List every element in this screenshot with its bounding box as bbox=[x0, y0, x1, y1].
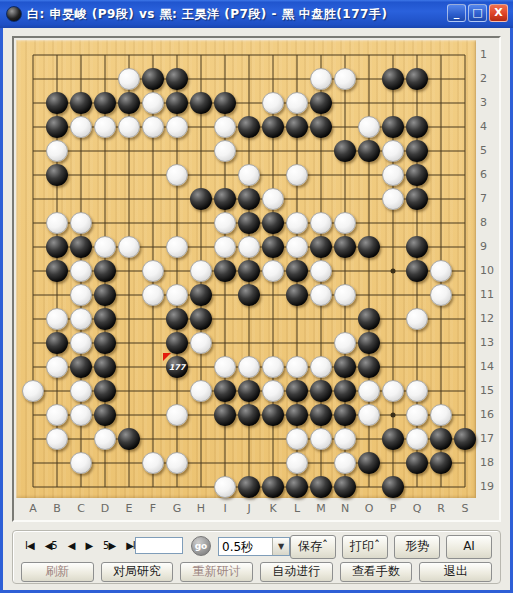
stone-H7 bbox=[190, 188, 212, 210]
star-point bbox=[391, 269, 396, 274]
stone-H3 bbox=[190, 92, 212, 114]
stone-L16 bbox=[286, 404, 308, 426]
stone-E3 bbox=[118, 92, 140, 114]
stone-C11 bbox=[70, 284, 92, 306]
stone-N11 bbox=[334, 284, 356, 306]
stone-H15 bbox=[190, 380, 212, 402]
stone-B9 bbox=[46, 236, 68, 258]
stone-N16 bbox=[334, 404, 356, 426]
row-label-7: 7 bbox=[480, 192, 500, 205]
row-label-5: 5 bbox=[480, 144, 500, 157]
stone-C8 bbox=[70, 212, 92, 234]
stone-I15 bbox=[214, 380, 236, 402]
minimize-button[interactable]: _ bbox=[447, 4, 466, 22]
stone-O9 bbox=[358, 236, 380, 258]
col-label-Q: Q bbox=[405, 502, 429, 515]
stone-E4 bbox=[118, 116, 140, 138]
stone-N15 bbox=[334, 380, 356, 402]
stone-P6 bbox=[382, 164, 404, 186]
stone-I16 bbox=[214, 404, 236, 426]
stone-J6 bbox=[238, 164, 260, 186]
stone-G13 bbox=[166, 332, 188, 354]
col-label-F: F bbox=[141, 502, 165, 515]
nav-button-2[interactable]: ◀ bbox=[64, 538, 79, 553]
action-buttons-row1: 保存ˆ打印ˆ形势AI bbox=[290, 535, 492, 559]
stone-D12 bbox=[94, 308, 116, 330]
window-title: 白: 申旻峻 (P9段) vs 黑: 王昊洋 (P7段) - 黑 中盘胜(177… bbox=[27, 6, 387, 23]
delay-dropdown[interactable]: 0.5秒 ▼ bbox=[218, 537, 290, 556]
row-label-3: 3 bbox=[480, 96, 500, 109]
stone-Q10 bbox=[406, 260, 428, 282]
stone-L9 bbox=[286, 236, 308, 258]
go-button[interactable]: go bbox=[191, 536, 211, 556]
row-label-15: 15 bbox=[480, 384, 500, 397]
stone-R16 bbox=[430, 404, 452, 426]
stone-J4 bbox=[238, 116, 260, 138]
stone-H11 bbox=[190, 284, 212, 306]
stone-O16 bbox=[358, 404, 380, 426]
stone-M9 bbox=[310, 236, 332, 258]
stone-N14 bbox=[334, 356, 356, 378]
row-label-10: 10 bbox=[480, 264, 500, 277]
col-label-I: I bbox=[213, 502, 237, 515]
stone-H13 bbox=[190, 332, 212, 354]
stone-P5 bbox=[382, 140, 404, 162]
stone-E2 bbox=[118, 68, 140, 90]
stone-J11 bbox=[238, 284, 260, 306]
stone-K9 bbox=[262, 236, 284, 258]
row-label-12: 12 bbox=[480, 312, 500, 325]
stone-M17 bbox=[310, 428, 332, 450]
chevron-down-icon[interactable]: ▼ bbox=[272, 538, 289, 555]
app-icon bbox=[6, 6, 22, 22]
stone-K15 bbox=[262, 380, 284, 402]
stone-M10 bbox=[310, 260, 332, 282]
stone-O15 bbox=[358, 380, 380, 402]
stone-I3 bbox=[214, 92, 236, 114]
stone-Q7 bbox=[406, 188, 428, 210]
stone-Q15 bbox=[406, 380, 428, 402]
row-label-14: 14 bbox=[480, 360, 500, 373]
stone-I7 bbox=[214, 188, 236, 210]
row-label-19: 19 bbox=[480, 480, 500, 493]
stone-C14 bbox=[70, 356, 92, 378]
stone-G2 bbox=[166, 68, 188, 90]
stone-S17 bbox=[454, 428, 476, 450]
stone-M8 bbox=[310, 212, 332, 234]
stone-I10 bbox=[214, 260, 236, 282]
stone-Q5 bbox=[406, 140, 428, 162]
stone-I5 bbox=[214, 140, 236, 162]
col-label-E: E bbox=[117, 502, 141, 515]
stone-J16 bbox=[238, 404, 260, 426]
stone-C10 bbox=[70, 260, 92, 282]
stone-G14: 177 bbox=[166, 356, 188, 378]
row-label-9: 9 bbox=[480, 240, 500, 253]
stone-G16 bbox=[166, 404, 188, 426]
stone-G9 bbox=[166, 236, 188, 258]
stone-P19 bbox=[382, 476, 404, 498]
stone-F3 bbox=[142, 92, 164, 114]
stone-B3 bbox=[46, 92, 68, 114]
delay-value: 0.5秒 bbox=[219, 538, 272, 555]
stone-O4 bbox=[358, 116, 380, 138]
stone-L18 bbox=[286, 452, 308, 474]
stone-L17 bbox=[286, 428, 308, 450]
stone-K19 bbox=[262, 476, 284, 498]
stone-P7 bbox=[382, 188, 404, 210]
stone-O5 bbox=[358, 140, 380, 162]
stone-B12 bbox=[46, 308, 68, 330]
stone-B5 bbox=[46, 140, 68, 162]
stone-M2 bbox=[310, 68, 332, 90]
move-navigation: Ι◀◀5◀▶5▶▶Ι bbox=[21, 538, 139, 553]
stone-D17 bbox=[94, 428, 116, 450]
stone-L3 bbox=[286, 92, 308, 114]
stone-J15 bbox=[238, 380, 260, 402]
button-保存ˆ[interactable]: 保存ˆ bbox=[290, 535, 336, 559]
stone-O12 bbox=[358, 308, 380, 330]
stone-B4 bbox=[46, 116, 68, 138]
stone-B14 bbox=[46, 356, 68, 378]
stone-M11 bbox=[310, 284, 332, 306]
stone-F2 bbox=[142, 68, 164, 90]
stone-G12 bbox=[166, 308, 188, 330]
stone-D11 bbox=[94, 284, 116, 306]
stone-H12 bbox=[190, 308, 212, 330]
nav-button-4[interactable]: 5▶ bbox=[99, 538, 119, 553]
button-查看手数[interactable]: 查看手数 bbox=[340, 562, 413, 582]
stone-D9 bbox=[94, 236, 116, 258]
row-label-4: 4 bbox=[480, 120, 500, 133]
stone-O14 bbox=[358, 356, 380, 378]
stone-N13 bbox=[334, 332, 356, 354]
stone-N5 bbox=[334, 140, 356, 162]
stone-L19 bbox=[286, 476, 308, 498]
stone-P4 bbox=[382, 116, 404, 138]
stone-J19 bbox=[238, 476, 260, 498]
application-window: 白: 申旻峻 (P9段) vs 黑: 王昊洋 (P7段) - 黑 中盘胜(177… bbox=[0, 0, 513, 593]
nav-button-1[interactable]: ◀5 bbox=[41, 538, 61, 553]
stone-C13 bbox=[70, 332, 92, 354]
stone-H10 bbox=[190, 260, 212, 282]
stone-N19 bbox=[334, 476, 356, 498]
stone-L8 bbox=[286, 212, 308, 234]
col-label-R: R bbox=[429, 502, 453, 515]
col-label-O: O bbox=[357, 502, 381, 515]
stone-C12 bbox=[70, 308, 92, 330]
stone-J14 bbox=[238, 356, 260, 378]
nav-button-0[interactable]: Ι◀ bbox=[21, 538, 38, 553]
row-label-2: 2 bbox=[480, 72, 500, 85]
stone-B10 bbox=[46, 260, 68, 282]
stone-I9 bbox=[214, 236, 236, 258]
stone-C18 bbox=[70, 452, 92, 474]
stone-I14 bbox=[214, 356, 236, 378]
row-label-16: 16 bbox=[480, 408, 500, 421]
stone-C9 bbox=[70, 236, 92, 258]
stone-Q2 bbox=[406, 68, 428, 90]
last-move-number: 177 bbox=[166, 356, 188, 378]
stone-E9 bbox=[118, 236, 140, 258]
stone-F4 bbox=[142, 116, 164, 138]
close-button[interactable]: X bbox=[489, 4, 508, 22]
col-label-B: B bbox=[45, 502, 69, 515]
board-panel: 177 ABCDEFGHIJKLMNOPQRS12345678910111213… bbox=[12, 36, 501, 522]
stone-L11 bbox=[286, 284, 308, 306]
stone-D16 bbox=[94, 404, 116, 426]
stone-K3 bbox=[262, 92, 284, 114]
col-label-P: P bbox=[381, 502, 405, 515]
stone-K4 bbox=[262, 116, 284, 138]
stone-R18 bbox=[430, 452, 452, 474]
stone-M14 bbox=[310, 356, 332, 378]
stone-A15 bbox=[22, 380, 44, 402]
stone-B16 bbox=[46, 404, 68, 426]
stone-R11 bbox=[430, 284, 452, 306]
stone-G6 bbox=[166, 164, 188, 186]
button-自动进行[interactable]: 自动进行 bbox=[260, 562, 333, 582]
stone-N17 bbox=[334, 428, 356, 450]
stone-I8 bbox=[214, 212, 236, 234]
stone-B13 bbox=[46, 332, 68, 354]
stone-Q18 bbox=[406, 452, 428, 474]
stone-Q12 bbox=[406, 308, 428, 330]
stone-E17 bbox=[118, 428, 140, 450]
col-label-M: M bbox=[309, 502, 333, 515]
stone-L4 bbox=[286, 116, 308, 138]
stone-B6 bbox=[46, 164, 68, 186]
button-打印ˆ[interactable]: 打印ˆ bbox=[342, 535, 388, 559]
stone-R10 bbox=[430, 260, 452, 282]
stone-N8 bbox=[334, 212, 356, 234]
row-label-11: 11 bbox=[480, 288, 500, 301]
row-label-17: 17 bbox=[480, 432, 500, 445]
stone-N18 bbox=[334, 452, 356, 474]
row-label-8: 8 bbox=[480, 216, 500, 229]
col-label-G: G bbox=[165, 502, 189, 515]
stone-N2 bbox=[334, 68, 356, 90]
stone-K16 bbox=[262, 404, 284, 426]
stone-I19 bbox=[214, 476, 236, 498]
row-label-1: 1 bbox=[480, 48, 500, 61]
button-刷新[interactable]: 刷新 bbox=[21, 562, 94, 582]
star-point bbox=[391, 413, 396, 418]
stone-C4 bbox=[70, 116, 92, 138]
control-panel: Ι◀◀5◀▶5▶▶Ι go 0.5秒 ▼ 保存ˆ打印ˆ形势AI 刷新对局研究重新… bbox=[12, 530, 501, 584]
stone-M15 bbox=[310, 380, 332, 402]
stone-D3 bbox=[94, 92, 116, 114]
col-label-H: H bbox=[189, 502, 213, 515]
col-label-C: C bbox=[69, 502, 93, 515]
stone-M16 bbox=[310, 404, 332, 426]
stone-Q4 bbox=[406, 116, 428, 138]
go-board[interactable]: 177 bbox=[16, 40, 476, 498]
stone-L15 bbox=[286, 380, 308, 402]
stone-R17 bbox=[430, 428, 452, 450]
stone-N9 bbox=[334, 236, 356, 258]
stone-Q17 bbox=[406, 428, 428, 450]
button-退出[interactable]: 退出 bbox=[419, 562, 492, 582]
stone-D10 bbox=[94, 260, 116, 282]
maximize-button[interactable]: □ bbox=[468, 4, 487, 22]
stone-Q6 bbox=[406, 164, 428, 186]
button-重新研讨[interactable]: 重新研讨 bbox=[180, 562, 253, 582]
stone-K10 bbox=[262, 260, 284, 282]
stone-P17 bbox=[382, 428, 404, 450]
stone-C15 bbox=[70, 380, 92, 402]
stone-D14 bbox=[94, 356, 116, 378]
button-形势[interactable]: 形势 bbox=[394, 535, 440, 559]
stone-J7 bbox=[238, 188, 260, 210]
stone-G11 bbox=[166, 284, 188, 306]
stone-B8 bbox=[46, 212, 68, 234]
stone-L14 bbox=[286, 356, 308, 378]
col-label-A: A bbox=[21, 502, 45, 515]
stone-F10 bbox=[142, 260, 164, 282]
stone-D4 bbox=[94, 116, 116, 138]
col-label-L: L bbox=[285, 502, 309, 515]
stone-O13 bbox=[358, 332, 380, 354]
stone-P15 bbox=[382, 380, 404, 402]
stone-Q9 bbox=[406, 236, 428, 258]
stone-J9 bbox=[238, 236, 260, 258]
stone-J8 bbox=[238, 212, 260, 234]
stone-L6 bbox=[286, 164, 308, 186]
stone-G4 bbox=[166, 116, 188, 138]
stone-Q16 bbox=[406, 404, 428, 426]
nav-button-3[interactable]: ▶ bbox=[81, 538, 96, 553]
col-label-K: K bbox=[261, 502, 285, 515]
row-label-13: 13 bbox=[480, 336, 500, 349]
stone-O18 bbox=[358, 452, 380, 474]
row-label-18: 18 bbox=[480, 456, 500, 469]
button-对局研究[interactable]: 对局研究 bbox=[101, 562, 174, 582]
stone-D15 bbox=[94, 380, 116, 402]
stone-G3 bbox=[166, 92, 188, 114]
row-label-6: 6 bbox=[480, 168, 500, 181]
stone-L10 bbox=[286, 260, 308, 282]
stone-F18 bbox=[142, 452, 164, 474]
stone-K14 bbox=[262, 356, 284, 378]
stone-K7 bbox=[262, 188, 284, 210]
col-label-S: S bbox=[453, 502, 477, 515]
title-bar[interactable]: 白: 申旻峻 (P9段) vs 黑: 王昊洋 (P7段) - 黑 中盘胜(177… bbox=[0, 0, 513, 28]
stone-G18 bbox=[166, 452, 188, 474]
col-label-N: N bbox=[333, 502, 357, 515]
stone-F11 bbox=[142, 284, 164, 306]
stone-M3 bbox=[310, 92, 332, 114]
stone-J10 bbox=[238, 260, 260, 282]
stone-C16 bbox=[70, 404, 92, 426]
stone-B17 bbox=[46, 428, 68, 450]
move-number-input[interactable] bbox=[135, 537, 183, 554]
window-client-area: 177 ABCDEFGHIJKLMNOPQRS12345678910111213… bbox=[3, 28, 510, 590]
stone-M4 bbox=[310, 116, 332, 138]
col-label-D: D bbox=[93, 502, 117, 515]
stone-D13 bbox=[94, 332, 116, 354]
col-label-J: J bbox=[237, 502, 261, 515]
stone-M19 bbox=[310, 476, 332, 498]
action-buttons-row2: 刷新对局研究重新研讨自动进行查看手数退出 bbox=[21, 562, 492, 582]
stone-C3 bbox=[70, 92, 92, 114]
stone-I4 bbox=[214, 116, 236, 138]
button-AI[interactable]: AI bbox=[446, 535, 492, 559]
stone-P2 bbox=[382, 68, 404, 90]
stone-K8 bbox=[262, 212, 284, 234]
